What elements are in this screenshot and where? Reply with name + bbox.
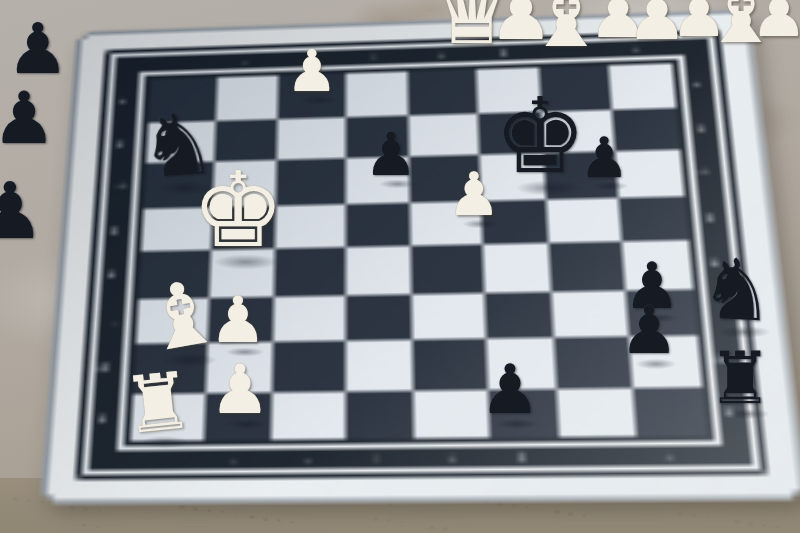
square-a5 — [408, 70, 475, 114]
square-a8 — [605, 63, 676, 107]
square-h4 — [342, 388, 414, 439]
piece-white-rook-h1: ♜ — [115, 360, 201, 446]
gravel-speck — [41, 501, 44, 503]
piece-white-pawn-h2: ♟ — [206, 356, 274, 424]
gravel-speck — [720, 518, 722, 519]
gravel-speck — [97, 509, 101, 512]
gravel-speck — [484, 500, 490, 504]
square-h8 — [629, 385, 707, 437]
piece-white-bishop-captured-3: ♝ — [522, 0, 610, 60]
square-f4 — [342, 292, 412, 341]
coord-label-5: 5 — [443, 453, 458, 460]
square-a2 — [213, 75, 279, 119]
gravel-speck — [526, 506, 529, 508]
piece-black-pawn-g7: ♟ — [616, 298, 682, 364]
gravel-speck — [291, 521, 294, 523]
piece-black-knight-f8: ♞ — [693, 246, 781, 334]
square-h3 — [271, 389, 342, 440]
piece-black-pawn-captured-3: ♟ — [0, 172, 49, 250]
coord-label-b: b — [117, 140, 130, 146]
piece-black-pawn-h5: ♟ — [476, 356, 544, 424]
square-d8 — [615, 194, 689, 241]
gravel-speck — [568, 512, 573, 516]
gravel-speck — [678, 512, 683, 516]
gravel-speck — [13, 497, 18, 501]
gravel-speck — [582, 514, 586, 517]
square-f7 — [551, 288, 625, 337]
square-g4 — [342, 340, 413, 390]
square-g5 — [412, 339, 484, 389]
coord-label-8: 8 — [664, 451, 679, 458]
gravel-speck — [498, 502, 503, 506]
square-a4 — [343, 72, 409, 116]
piece-black-pawn-captured-2: ♟ — [0, 82, 60, 154]
square-d7 — [546, 196, 618, 243]
coord-label-e: e — [108, 272, 122, 278]
gravel-speck — [374, 500, 380, 504]
gravel-speck — [249, 515, 255, 519]
gravel-speck — [179, 505, 185, 509]
coord-label-4: 4 — [371, 454, 385, 461]
gravel-speck — [69, 505, 75, 509]
piece-black-pawn-c4: ♟ — [361, 124, 421, 184]
gravel-speck — [27, 499, 31, 502]
square-b3 — [277, 115, 343, 160]
gravel-speck — [401, 521, 404, 523]
coord-label-h: h — [99, 414, 113, 420]
gravel-speck — [692, 514, 696, 517]
coord-label-6: 6 — [516, 452, 531, 459]
square-f3 — [273, 293, 342, 341]
coord-label-2: 2 — [228, 455, 242, 462]
gravel-speck — [387, 519, 391, 522]
gravel-speck — [512, 504, 516, 507]
gravel-speck — [734, 520, 740, 524]
gravel-speck — [762, 524, 766, 527]
coord-label-4: 4 — [368, 55, 381, 61]
square-f6 — [481, 290, 554, 339]
coord-label-3: 3 — [299, 454, 313, 461]
gravel-speck — [207, 509, 211, 512]
rank-labels-bottom: 12345678 — [129, 442, 710, 471]
piece-white-pawn-captured-5: ♟ — [623, 0, 691, 50]
coord-label-1: 1 — [157, 455, 171, 462]
coord-label-c: c — [701, 169, 715, 174]
gravel-speck — [443, 527, 448, 531]
gravel-speck — [263, 517, 268, 521]
coord-label-b: b — [696, 124, 710, 130]
piece-white-pawn-d5: ♟ — [444, 164, 504, 224]
square-e5 — [411, 244, 481, 292]
gravel-speck — [748, 522, 753, 526]
gravel-speck — [221, 511, 224, 513]
coord-label-d: d — [705, 213, 720, 219]
piece-white-pawn-a3: ♟ — [283, 42, 341, 100]
gravel-speck — [706, 516, 709, 518]
coord-label-a: a — [692, 81, 706, 87]
gravel-speck — [776, 526, 779, 528]
gravel-speck — [277, 519, 281, 522]
gravel-speck — [554, 510, 560, 514]
coord-label-2: 2 — [240, 59, 253, 65]
square-d4 — [342, 201, 410, 248]
square-e6 — [479, 243, 551, 291]
coord-label-7: 7 — [589, 452, 604, 459]
piece-white-queen-captured-1: ♛ — [425, 0, 520, 58]
piece-white-bishop-captured-7: ♝ — [698, 0, 784, 55]
gravel-speck — [235, 513, 237, 514]
gravel-speck — [540, 508, 542, 509]
square-e4 — [342, 246, 411, 294]
gravel-speck — [82, 524, 86, 527]
square-h7 — [556, 386, 632, 437]
square-f5 — [411, 291, 482, 340]
coord-label-a: a — [120, 98, 133, 103]
piece-black-pawn-captured-1: ♟ — [3, 14, 73, 84]
gravel-speck — [193, 507, 198, 511]
gravel-speck — [415, 523, 417, 524]
coord-label-c: c — [114, 183, 127, 188]
gravel-speck — [0, 478, 2, 479]
square-g3 — [272, 341, 342, 390]
coord-label-1: 1 — [177, 61, 190, 67]
gravel-speck — [373, 517, 378, 521]
gravel-speck — [388, 502, 393, 506]
coord-label-f: f — [105, 319, 119, 322]
square-e7 — [549, 242, 622, 290]
piece-white-king-e2: ♚ — [186, 158, 290, 262]
gravel-speck — [83, 507, 88, 511]
gravel-speck — [55, 503, 57, 504]
piece-black-rook-h8: ♜ — [704, 342, 776, 414]
gravel-speck — [429, 525, 435, 529]
coord-label-d: d — [111, 227, 124, 233]
gravel-speck — [96, 526, 99, 528]
